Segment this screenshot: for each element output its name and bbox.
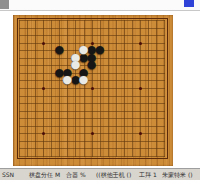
status-item: 工拜 1 [139, 171, 157, 179]
title-bar [0, 0, 200, 11]
star-point [42, 42, 45, 45]
star-point [91, 42, 94, 45]
star-point [139, 87, 142, 90]
star-point [91, 132, 94, 135]
app-window: SSN 棋盘分任 M 合器 % ((棋他壬机 () 工拜 1 朱蒙特米 () ●… [0, 0, 200, 180]
status-item: SSN [2, 171, 14, 179]
status-bar: SSN 棋盘分任 M 合器 % ((棋他壬机 () 工拜 1 朱蒙特米 () [0, 168, 200, 180]
status-item: 棋盘分任 M [29, 171, 60, 179]
titlebar-left-block [0, 0, 9, 9]
status-item: 朱蒙特米 () [162, 171, 193, 179]
star-point [91, 87, 94, 90]
status-item: 合器 % [66, 171, 86, 179]
titlebar-blue-button[interactable] [184, 0, 194, 7]
star-point [139, 42, 142, 45]
status-item: ((棋他壬机 () [96, 171, 131, 179]
